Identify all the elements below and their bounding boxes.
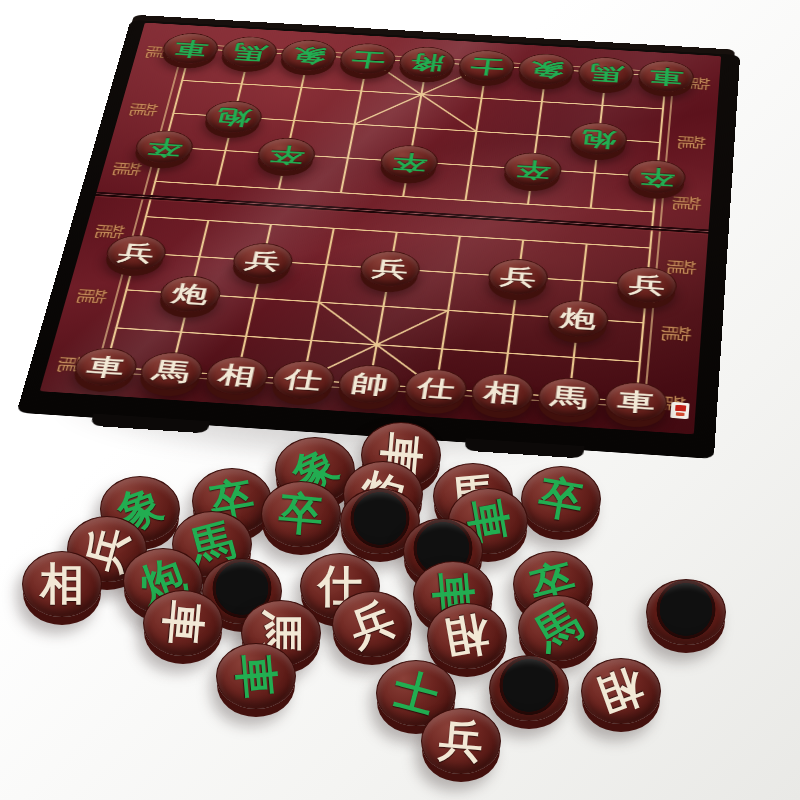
piece-character: 士 [469, 56, 505, 76]
piece-character: 炮 [580, 128, 616, 149]
piece-character: 卒 [536, 474, 587, 525]
piece-character: 車 [159, 599, 207, 647]
xiangqi-piece[interactable]: 兵 [332, 591, 412, 657]
brand-sticker [670, 402, 689, 419]
piece-character: 炮 [215, 106, 253, 127]
piece-character: 兵 [116, 241, 157, 264]
xiangqi-piece[interactable]: 相 [581, 658, 661, 724]
flipped-piece-felt-bottom[interactable] [646, 579, 726, 645]
xiangqi-piece[interactable]: 卒 [521, 466, 601, 532]
piece-character: 卒 [514, 158, 551, 180]
piece-character: 炮 [170, 282, 211, 306]
piece-character: 卒 [277, 490, 325, 538]
piece-character: 兵 [243, 249, 283, 272]
piece-character: 相 [482, 380, 522, 405]
xiangqi-piece[interactable]: 馬 [518, 595, 598, 661]
piece-character: 象 [290, 45, 327, 65]
piece-character: 車 [648, 66, 683, 87]
piece-character: 仕 [283, 367, 324, 392]
piece-character: 卒 [639, 166, 675, 188]
piece-character: 馬 [588, 62, 623, 82]
piece-character: 馬 [549, 385, 589, 411]
piece-character: 相 [40, 562, 84, 606]
piece-character: 卒 [145, 136, 184, 158]
piece-character: 將 [409, 52, 445, 72]
piece-character: 馬 [528, 598, 588, 658]
piece-character: 相 [216, 363, 258, 388]
piece-character: 帥 [349, 372, 390, 397]
piece-character: 士 [349, 49, 386, 69]
xiangqi-piece[interactable]: 車 [216, 643, 296, 709]
piece-character: 士 [389, 666, 443, 720]
xiangqi-board: 龍 龍 龍 龍 龍 龍 龍 龍 龍 龍 龍 龍 車馬象士將士象馬車炮炮卒卒卒卒卒… [22, 15, 734, 445]
piece-character: 兵 [344, 596, 400, 652]
xiangqi-piece[interactable]: 兵 [421, 708, 501, 774]
piece-character: 相 [442, 611, 493, 662]
piece-character: 馬 [150, 359, 192, 384]
xiangqi-piece[interactable]: 車 [143, 590, 223, 656]
piece-character: 車 [85, 354, 127, 379]
xiangqi-piece[interactable]: 相 [22, 551, 102, 617]
piece-character: 兵 [371, 257, 410, 280]
piece-character: 車 [616, 389, 655, 415]
piece-character: 卒 [390, 151, 428, 173]
product-photo-scene: 龍 龍 龍 龍 龍 龍 龍 龍 龍 龍 龍 龍 車馬象士將士象馬車炮炮卒卒卒卒卒… [0, 0, 800, 800]
piece-character: 象 [528, 59, 564, 79]
board-face: 龍 龍 龍 龍 龍 龍 龍 龍 龍 龍 龍 龍 車馬象士將士象馬車炮炮卒卒卒卒卒… [40, 23, 721, 435]
piece-character: 車 [232, 652, 280, 700]
xiangqi-piece[interactable]: 卒 [261, 481, 341, 547]
piece-character: 兵 [628, 273, 666, 297]
xiangqi-piece[interactable]: 相 [427, 603, 507, 669]
piece-character: 炮 [559, 307, 598, 331]
piece-character: 車 [172, 38, 210, 58]
piece-character: 馬 [231, 42, 268, 62]
piece-character: 仕 [416, 376, 457, 401]
piece-character: 卒 [267, 144, 305, 166]
piece-character: 相 [593, 663, 649, 719]
flipped-piece-felt-bottom[interactable] [489, 655, 569, 721]
piece-character: 兵 [499, 265, 538, 289]
piece-character: 兵 [437, 717, 485, 765]
